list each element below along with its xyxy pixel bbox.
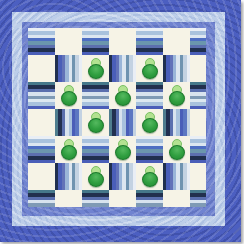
board-cell-r3c1[interactable] — [28, 82, 55, 109]
green-piece[interactable] — [168, 85, 186, 106]
board-cell-r3c4[interactable] — [109, 82, 136, 109]
piece-body — [115, 91, 131, 106]
board-cell-r1c5[interactable] — [136, 28, 163, 55]
board-cell-r2c3[interactable] — [82, 55, 109, 82]
piece-body — [88, 172, 104, 187]
piece-body — [88, 118, 104, 133]
board-cell-r6c1[interactable] — [28, 163, 55, 190]
board-cell-r3c3[interactable] — [82, 82, 109, 109]
board-cell-r2c6[interactable] — [163, 55, 190, 82]
board-cell-r6c6[interactable] — [163, 163, 190, 190]
board-cell-r3c7[interactable] — [190, 82, 206, 109]
board-cell-r7c5[interactable] — [136, 190, 163, 207]
board-cell-r5c2[interactable] — [55, 136, 82, 163]
board-cell-r1c3[interactable] — [82, 28, 109, 55]
board-cell-r1c1[interactable] — [28, 28, 55, 55]
piece-body — [88, 64, 104, 79]
board-cell-r3c5[interactable] — [136, 82, 163, 109]
piece-body — [142, 172, 158, 187]
photo-frame — [0, 0, 244, 244]
inner-border — [22, 22, 215, 216]
green-piece[interactable] — [87, 112, 105, 133]
green-piece[interactable] — [87, 166, 105, 187]
board-cell-r2c1[interactable] — [28, 55, 55, 82]
board-cell-r6c3[interactable] — [82, 163, 109, 190]
board-cell-r5c1[interactable] — [28, 136, 55, 163]
board-cell-r1c6[interactable] — [163, 28, 190, 55]
board-cell-r4c3[interactable] — [82, 109, 109, 136]
green-piece[interactable] — [141, 166, 159, 187]
green-piece[interactable] — [141, 112, 159, 133]
board-cell-r6c5[interactable] — [136, 163, 163, 190]
green-piece[interactable] — [141, 58, 159, 79]
board-cell-r5c3[interactable] — [82, 136, 109, 163]
checkers-quilt-photo — [0, 0, 241, 242]
piece-body — [169, 91, 185, 106]
board-cell-r2c4[interactable] — [109, 55, 136, 82]
piece-body — [61, 145, 77, 160]
board-cell-r5c5[interactable] — [136, 136, 163, 163]
board-cell-r4c4[interactable] — [109, 109, 136, 136]
board-cell-r7c6[interactable] — [163, 190, 190, 207]
board-cell-r2c7[interactable] — [190, 55, 206, 82]
board-cell-r3c6[interactable] — [163, 82, 190, 109]
board-cell-r1c4[interactable] — [109, 28, 136, 55]
board-cell-r7c3[interactable] — [82, 190, 109, 207]
piece-body — [169, 145, 185, 160]
piece-body — [115, 145, 131, 160]
board-cell-r7c1[interactable] — [28, 190, 55, 207]
board-cell-r6c4[interactable] — [109, 163, 136, 190]
board-cell-r4c2[interactable] — [55, 109, 82, 136]
board-cell-r5c6[interactable] — [163, 136, 190, 163]
board-cell-r7c4[interactable] — [109, 190, 136, 207]
board-cell-r2c2[interactable] — [55, 55, 82, 82]
outer-border — [0, 0, 241, 242]
green-piece[interactable] — [114, 85, 132, 106]
board-cell-r4c6[interactable] — [163, 109, 190, 136]
piece-body — [142, 64, 158, 79]
green-piece[interactable] — [168, 139, 186, 160]
board-cell-r2c5[interactable] — [136, 55, 163, 82]
board-cell-r4c5[interactable] — [136, 109, 163, 136]
board-cell-r1c7[interactable] — [190, 28, 206, 55]
board-cell-r6c2[interactable] — [55, 163, 82, 190]
green-piece[interactable] — [114, 139, 132, 160]
board-cell-r3c2[interactable] — [55, 82, 82, 109]
board-cell-r4c7[interactable] — [190, 109, 206, 136]
piece-body — [142, 118, 158, 133]
board-cell-r4c1[interactable] — [28, 109, 55, 136]
green-piece[interactable] — [60, 139, 78, 160]
light-strip-border — [12, 12, 225, 226]
green-piece[interactable] — [60, 85, 78, 106]
board-cell-r1c2[interactable] — [55, 28, 82, 55]
board-cell-r5c7[interactable] — [190, 136, 206, 163]
board-cell-r7c2[interactable] — [55, 190, 82, 207]
green-piece[interactable] — [87, 58, 105, 79]
piece-body — [61, 91, 77, 106]
game-board — [28, 28, 206, 207]
board-cell-r7c7[interactable] — [190, 190, 206, 207]
board-cell-r6c7[interactable] — [190, 163, 206, 190]
board-cell-r5c4[interactable] — [109, 136, 136, 163]
